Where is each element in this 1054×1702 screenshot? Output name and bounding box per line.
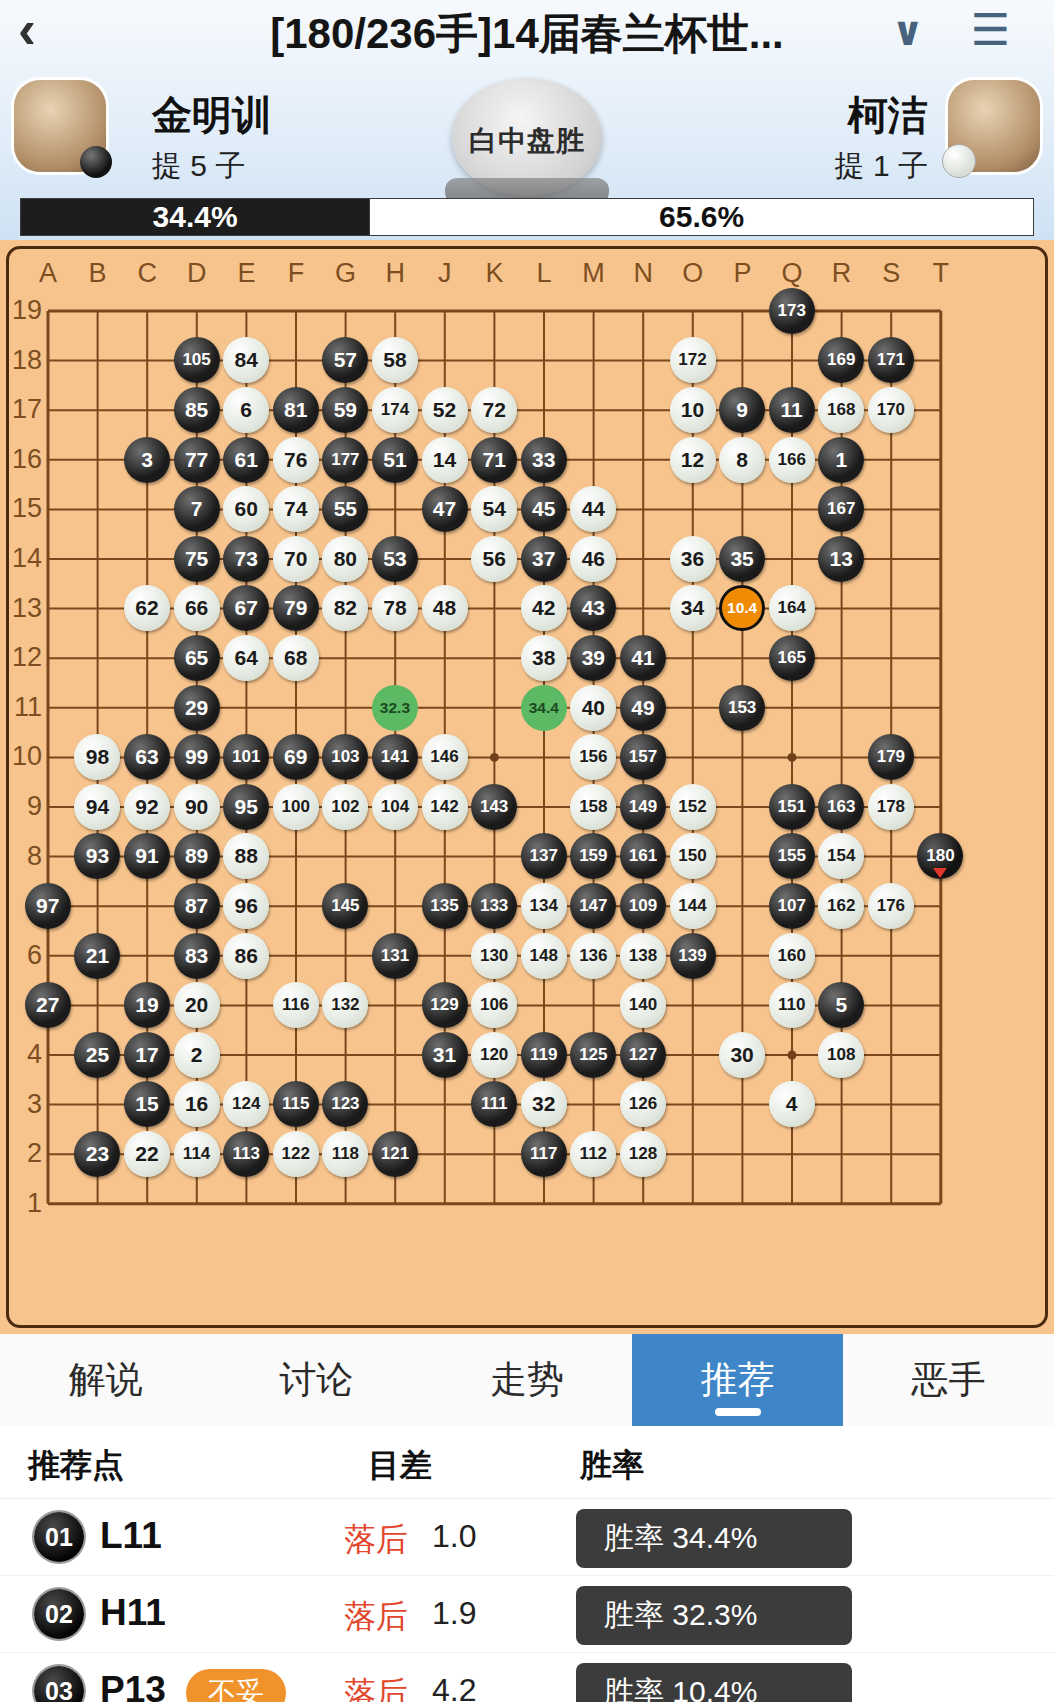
col-label-O: O — [671, 258, 715, 289]
stone-P17[interactable]: 9 — [719, 387, 765, 433]
tab-讨论[interactable]: 讨论 — [211, 1334, 422, 1426]
stone-G14[interactable]: 80 — [322, 536, 368, 582]
move-number: 149 — [629, 797, 657, 817]
stone-Q16[interactable]: 166 — [769, 437, 815, 483]
stone-S7[interactable]: 176 — [868, 883, 914, 929]
move-number: 107 — [778, 896, 806, 916]
move-number: 1 — [835, 448, 847, 472]
stone-F13[interactable]: 79 — [273, 585, 319, 631]
move-number: 141 — [381, 747, 409, 767]
stone-D13[interactable]: 66 — [174, 585, 220, 631]
move-number: 93 — [86, 844, 109, 868]
stone-G17[interactable]: 59 — [322, 387, 368, 433]
header-gap: 目差 — [368, 1444, 432, 1488]
move-number: 117 — [530, 1144, 557, 1164]
move-number: 176 — [877, 896, 905, 916]
stone-Q3[interactable]: 4 — [769, 1081, 815, 1127]
stone-Q9[interactable]: 151 — [769, 784, 815, 830]
stone-J15[interactable]: 47 — [422, 486, 468, 532]
stone-N12[interactable]: 41 — [620, 635, 666, 681]
move-number: 40 — [582, 696, 605, 720]
stone-G9[interactable]: 102 — [322, 784, 368, 830]
move-number: 41 — [631, 646, 654, 670]
stone-D14[interactable]: 75 — [174, 536, 220, 582]
stone-S17[interactable]: 170 — [868, 387, 914, 433]
stone-O9[interactable]: 152 — [670, 784, 716, 830]
stone-N7[interactable]: 109 — [620, 883, 666, 929]
move-number: 80 — [334, 547, 357, 571]
stone-L4[interactable]: 119 — [521, 1032, 567, 1078]
stone-D2[interactable]: 114 — [174, 1131, 220, 1177]
stone-C13[interactable]: 62 — [124, 585, 170, 631]
move-number: 38 — [532, 646, 555, 670]
move-number: 166 — [778, 450, 806, 470]
stone-E6[interactable]: 86 — [223, 933, 269, 979]
go-board[interactable]: ABCDEFGHJKLMNOPQRST 19181716151413121110… — [0, 240, 1054, 1334]
move-number: 161 — [629, 846, 657, 866]
stone-G7[interactable]: 145 — [322, 883, 368, 929]
col-label-G: G — [324, 258, 368, 289]
move-number: 2 — [191, 1043, 203, 1067]
stone-K16[interactable]: 71 — [471, 437, 517, 483]
stone-J4[interactable]: 31 — [422, 1032, 468, 1078]
orange-suggestion-marker-P13[interactable]: 10.4 — [719, 585, 765, 631]
move-number: 7 — [191, 497, 203, 521]
move-number: 157 — [629, 747, 657, 767]
stone-O16[interactable]: 12 — [670, 437, 716, 483]
stone-P4[interactable]: 30 — [719, 1032, 765, 1078]
stone-P11[interactable]: 153 — [719, 685, 765, 731]
stone-F15[interactable]: 74 — [273, 486, 319, 532]
move-number: 36 — [681, 547, 704, 571]
stone-F5[interactable]: 116 — [273, 982, 319, 1028]
stone-G2[interactable]: 118 — [322, 1131, 368, 1177]
stone-F9[interactable]: 100 — [273, 784, 319, 830]
gap-value: 1.0 — [432, 1518, 476, 1555]
stone-K4[interactable]: 120 — [471, 1032, 517, 1078]
stone-F14[interactable]: 70 — [273, 536, 319, 582]
stone-H13[interactable]: 78 — [372, 585, 418, 631]
stone-N5[interactable]: 140 — [620, 982, 666, 1028]
stone-R18[interactable]: 169 — [818, 337, 864, 383]
stone-E10[interactable]: 101 — [223, 734, 269, 780]
stone-F10[interactable]: 69 — [273, 734, 319, 780]
move-number: 17 — [135, 1043, 158, 1067]
stone-B4[interactable]: 25 — [74, 1032, 120, 1078]
move-number: 23 — [86, 1142, 109, 1166]
stone-J16[interactable]: 14 — [422, 437, 468, 483]
stone-D12[interactable]: 65 — [174, 635, 220, 681]
move-number: 140 — [629, 995, 657, 1015]
move-number: 147 — [579, 896, 607, 916]
col-label-J: J — [423, 258, 467, 289]
stone-Q8[interactable]: 155 — [769, 833, 815, 879]
stone-L7[interactable]: 134 — [521, 883, 567, 929]
tab-恶手[interactable]: 恶手 — [843, 1334, 1054, 1426]
move-number: 48 — [433, 596, 456, 620]
stone-O6[interactable]: 139 — [670, 933, 716, 979]
stone-F17[interactable]: 81 — [273, 387, 319, 433]
move-number: 44 — [582, 497, 605, 521]
stone-L13[interactable]: 42 — [521, 585, 567, 631]
stone-N3[interactable]: 126 — [620, 1081, 666, 1127]
stone-G5[interactable]: 132 — [322, 982, 368, 1028]
stone-L16[interactable]: 33 — [521, 437, 567, 483]
move-number: 163 — [827, 797, 855, 817]
col-label-S: S — [869, 258, 913, 289]
move-number: 101 — [232, 747, 260, 767]
tab-解说[interactable]: 解说 — [0, 1334, 211, 1426]
stone-D18[interactable]: 105 — [174, 337, 220, 383]
col-label-M: M — [572, 258, 616, 289]
stone-Q13[interactable]: 164 — [769, 585, 815, 631]
move-number: 109 — [629, 896, 657, 916]
move-number: 62 — [135, 596, 158, 620]
stone-E13[interactable]: 67 — [223, 585, 269, 631]
stone-F2[interactable]: 122 — [273, 1131, 319, 1177]
move-number: 15 — [135, 1092, 158, 1116]
hamburger-menu-icon[interactable]: ☰ — [971, 4, 1010, 55]
white-player-captures: 提 1 子 — [835, 146, 928, 187]
green-suggestion-marker-H11[interactable]: 32.3 — [372, 685, 418, 731]
stone-B10[interactable]: 98 — [74, 734, 120, 780]
stone-C10[interactable]: 63 — [124, 734, 170, 780]
move-number: 154 — [827, 846, 855, 866]
move-number: 52 — [433, 398, 456, 422]
stone-D9[interactable]: 90 — [174, 784, 220, 830]
stone-C8[interactable]: 91 — [124, 833, 170, 879]
stone-B2[interactable]: 23 — [74, 1131, 120, 1177]
stone-R4[interactable]: 108 — [818, 1032, 864, 1078]
green-suggestion-marker-L11[interactable]: 34.4 — [521, 685, 567, 731]
stone-P14[interactable]: 35 — [719, 536, 765, 582]
move-number: 85 — [185, 398, 208, 422]
move-number: 43 — [582, 596, 605, 620]
stone-E9[interactable]: 95 — [223, 784, 269, 830]
stone-D8[interactable]: 89 — [174, 833, 220, 879]
stone-N10[interactable]: 157 — [620, 734, 666, 780]
black-player-name: 金明训 — [152, 88, 272, 143]
stone-G18[interactable]: 57 — [322, 337, 368, 383]
stone-E14[interactable]: 73 — [223, 536, 269, 582]
stone-E17[interactable]: 6 — [223, 387, 269, 433]
move-number: 25 — [86, 1043, 109, 1067]
stone-J7[interactable]: 135 — [422, 883, 468, 929]
stone-J17[interactable]: 52 — [422, 387, 468, 433]
col-label-D: D — [175, 258, 219, 289]
stone-F3[interactable]: 115 — [273, 1081, 319, 1127]
stone-S18[interactable]: 171 — [868, 337, 914, 383]
stone-S10[interactable]: 179 — [868, 734, 914, 780]
stone-L2[interactable]: 117 — [521, 1131, 567, 1177]
move-number: 59 — [334, 398, 357, 422]
move-number: 135 — [430, 896, 458, 916]
stone-P16[interactable]: 8 — [719, 437, 765, 483]
move-number: 66 — [185, 596, 208, 620]
stone-R14[interactable]: 13 — [818, 536, 864, 582]
go-review-app: ‹ [180/236手]14届春兰杯世... ∨ ☰ 金明训 提 5 子 白中盘… — [0, 0, 1054, 1702]
chevron-down-icon[interactable]: ∨ — [892, 8, 924, 54]
move-number: 143 — [480, 797, 508, 817]
stone-Q12[interactable]: 165 — [769, 635, 815, 681]
move-number: 115 — [282, 1094, 309, 1114]
rank-badge: 01 — [34, 1512, 84, 1562]
black-player-avatar — [14, 80, 106, 172]
stone-D5[interactable]: 20 — [174, 982, 220, 1028]
stone-E7[interactable]: 96 — [223, 883, 269, 929]
col-label-E: E — [224, 258, 268, 289]
white-stone-icon — [942, 144, 976, 178]
stone-G13[interactable]: 82 — [322, 585, 368, 631]
header-point: 推荐点 — [28, 1444, 124, 1488]
stone-N4[interactable]: 127 — [620, 1032, 666, 1078]
stone-K7[interactable]: 133 — [471, 883, 517, 929]
stone-H14[interactable]: 53 — [372, 536, 418, 582]
tab-走势[interactable]: 走势 — [422, 1334, 633, 1426]
stone-Q7[interactable]: 107 — [769, 883, 815, 929]
move-number: 125 — [579, 1045, 607, 1065]
rank-badge: 03 — [34, 1666, 84, 1702]
move-number: 174 — [381, 400, 409, 420]
move-number: 58 — [383, 348, 406, 372]
move-number: 136 — [579, 946, 607, 966]
white-player-avatar — [948, 80, 1040, 172]
stone-C3[interactable]: 15 — [124, 1081, 170, 1127]
stone-T8[interactable]: 180 — [917, 833, 963, 879]
move-number: 34 — [681, 596, 704, 620]
stone-O14[interactable]: 36 — [670, 536, 716, 582]
stone-J10[interactable]: 146 — [422, 734, 468, 780]
stone-G16[interactable]: 177 — [322, 437, 368, 483]
black-winrate: 34.4% — [21, 199, 369, 235]
stone-K3[interactable]: 111 — [471, 1081, 517, 1127]
move-number: 14 — [433, 448, 456, 472]
col-label-N: N — [621, 258, 665, 289]
stone-J9[interactable]: 142 — [422, 784, 468, 830]
move-number: 51 — [383, 448, 406, 472]
stone-R7[interactable]: 162 — [818, 883, 864, 929]
move-number: 137 — [530, 846, 558, 866]
move-number: 129 — [430, 995, 458, 1015]
last-move-triangle-icon — [933, 868, 947, 878]
stone-E18[interactable]: 84 — [223, 337, 269, 383]
stone-M9[interactable]: 158 — [570, 784, 616, 830]
stone-D7[interactable]: 87 — [174, 883, 220, 929]
stone-O13[interactable]: 34 — [670, 585, 716, 631]
stone-M8[interactable]: 159 — [570, 833, 616, 879]
stone-R5[interactable]: 5 — [818, 982, 864, 1028]
stone-C5[interactable]: 19 — [124, 982, 170, 1028]
stone-D3[interactable]: 16 — [174, 1081, 220, 1127]
stone-R15[interactable]: 167 — [818, 486, 864, 532]
stone-N2[interactable]: 128 — [620, 1131, 666, 1177]
stone-M6[interactable]: 136 — [570, 933, 616, 979]
stone-C9[interactable]: 92 — [124, 784, 170, 830]
stone-O8[interactable]: 150 — [670, 833, 716, 879]
move-number: 121 — [381, 1144, 409, 1164]
move-number: 84 — [234, 348, 257, 372]
stone-A5[interactable]: 27 — [25, 982, 71, 1028]
move-number: 180 — [926, 846, 954, 866]
move-number: 168 — [827, 400, 855, 420]
move-number: 3 — [141, 448, 153, 472]
stone-M12[interactable]: 39 — [570, 635, 616, 681]
move-number: 124 — [232, 1094, 260, 1114]
stone-C4[interactable]: 17 — [124, 1032, 170, 1078]
gap-value: 1.9 — [432, 1595, 476, 1632]
stone-L6[interactable]: 148 — [521, 933, 567, 979]
stone-M2[interactable]: 112 — [570, 1131, 616, 1177]
move-number: 47 — [433, 497, 456, 521]
stone-D10[interactable]: 99 — [174, 734, 220, 780]
stone-A7[interactable]: 97 — [25, 883, 71, 929]
stone-L14[interactable]: 37 — [521, 536, 567, 582]
stone-K5[interactable]: 106 — [471, 982, 517, 1028]
move-number: 134 — [530, 896, 558, 916]
stone-B9[interactable]: 94 — [74, 784, 120, 830]
stone-E12[interactable]: 64 — [223, 635, 269, 681]
recommendation-row-L11[interactable]: 01L11落后1.0胜率 34.4% — [0, 1499, 1054, 1576]
move-number: 92 — [135, 795, 158, 819]
recommendation-row-P13[interactable]: 03P13不妥落后4.2胜率 10.4% — [0, 1653, 1054, 1702]
stone-E8[interactable]: 88 — [223, 833, 269, 879]
stone-M13[interactable]: 43 — [570, 585, 616, 631]
move-number: 90 — [185, 795, 208, 819]
move-number: 67 — [234, 596, 257, 620]
rank-badge: 02 — [34, 1589, 84, 1639]
move-number: 60 — [234, 497, 257, 521]
stone-H9[interactable]: 104 — [372, 784, 418, 830]
stone-F16[interactable]: 76 — [273, 437, 319, 483]
stone-M7[interactable]: 147 — [570, 883, 616, 929]
stone-D15[interactable]: 7 — [174, 486, 220, 532]
stone-F12[interactable]: 68 — [273, 635, 319, 681]
move-number: 119 — [530, 1045, 557, 1065]
stone-M14[interactable]: 46 — [570, 536, 616, 582]
tab-推荐[interactable]: 推荐 — [632, 1334, 843, 1426]
move-number: 139 — [678, 946, 706, 966]
move-number: 33 — [532, 448, 555, 472]
move-number: 111 — [481, 1094, 508, 1114]
move-number: 153 — [728, 698, 756, 718]
stone-J5[interactable]: 129 — [422, 982, 468, 1028]
stone-K9[interactable]: 143 — [471, 784, 517, 830]
move-number: 91 — [135, 844, 158, 868]
stone-K17[interactable]: 72 — [471, 387, 517, 433]
move-number: 6 — [240, 398, 252, 422]
black-player-captures: 提 5 子 — [152, 146, 245, 187]
stone-O7[interactable]: 144 — [670, 883, 716, 929]
result-seal: 白中盘胜 — [437, 78, 617, 196]
stone-D4[interactable]: 2 — [174, 1032, 220, 1078]
stone-M15[interactable]: 44 — [570, 486, 616, 532]
stone-D11[interactable]: 29 — [174, 685, 220, 731]
stone-D16[interactable]: 77 — [174, 437, 220, 483]
stone-L3[interactable]: 32 — [521, 1081, 567, 1127]
move-number: 98 — [86, 745, 109, 769]
move-number: 35 — [730, 547, 753, 571]
stone-O17[interactable]: 10 — [670, 387, 716, 433]
white-player-name: 柯洁 — [848, 88, 928, 143]
stone-O18[interactable]: 172 — [670, 337, 716, 383]
move-number: 75 — [185, 547, 208, 571]
stone-G10[interactable]: 103 — [322, 734, 368, 780]
stone-S9[interactable]: 178 — [868, 784, 914, 830]
move-number: 70 — [284, 547, 307, 571]
stone-H2[interactable]: 121 — [372, 1131, 418, 1177]
move-number: 164 — [778, 598, 806, 618]
stone-E16[interactable]: 61 — [223, 437, 269, 483]
stone-D17[interactable]: 85 — [174, 387, 220, 433]
stone-K6[interactable]: 130 — [471, 933, 517, 979]
stone-R16[interactable]: 1 — [818, 437, 864, 483]
stone-C2[interactable]: 22 — [124, 1131, 170, 1177]
recommendation-row-H11[interactable]: 02H11落后1.9胜率 32.3% — [0, 1576, 1054, 1653]
stone-D6[interactable]: 83 — [174, 933, 220, 979]
stone-E3[interactable]: 124 — [223, 1081, 269, 1127]
stone-C16[interactable]: 3 — [124, 437, 170, 483]
stone-L8[interactable]: 137 — [521, 833, 567, 879]
stone-L12[interactable]: 38 — [521, 635, 567, 681]
header-section: ‹ [180/236手]14届春兰杯世... ∨ ☰ 金明训 提 5 子 白中盘… — [0, 0, 1054, 240]
stone-M4[interactable]: 125 — [570, 1032, 616, 1078]
stone-G3[interactable]: 123 — [322, 1081, 368, 1127]
stone-N6[interactable]: 138 — [620, 933, 666, 979]
recommendation-panel: 推荐点 目差 胜率 01L11落后1.0胜率 34.4%02H11落后1.9胜率… — [0, 1426, 1054, 1702]
move-number: 13 — [830, 547, 853, 571]
stone-R8[interactable]: 154 — [818, 833, 864, 879]
stone-E15[interactable]: 60 — [223, 486, 269, 532]
col-label-F: F — [274, 258, 318, 289]
stone-K14[interactable]: 56 — [471, 536, 517, 582]
gap-label: 落后 — [344, 1595, 408, 1639]
stone-L15[interactable]: 45 — [521, 486, 567, 532]
stone-N9[interactable]: 149 — [620, 784, 666, 830]
move-number: 173 — [778, 301, 806, 321]
stone-H10[interactable]: 141 — [372, 734, 418, 780]
move-number: 116 — [282, 995, 309, 1015]
stone-E2[interactable]: 113 — [223, 1131, 269, 1177]
move-number: 64 — [234, 646, 257, 670]
stone-N8[interactable]: 161 — [620, 833, 666, 879]
stone-G15[interactable]: 55 — [322, 486, 368, 532]
stone-B6[interactable]: 21 — [74, 933, 120, 979]
stone-R17[interactable]: 168 — [818, 387, 864, 433]
move-number: 122 — [282, 1144, 310, 1164]
stone-B8[interactable]: 93 — [74, 833, 120, 879]
recommendation-header: 推荐点 目差 胜率 — [0, 1426, 1054, 1499]
stone-N11[interactable]: 49 — [620, 685, 666, 731]
move-number: 88 — [234, 844, 257, 868]
stone-M10[interactable]: 156 — [570, 734, 616, 780]
stone-Q6[interactable]: 160 — [769, 933, 815, 979]
move-number: 46 — [582, 547, 605, 571]
stone-M11[interactable]: 40 — [570, 685, 616, 731]
stone-R9[interactable]: 163 — [818, 784, 864, 830]
warning-tag: 不妥 — [186, 1669, 286, 1702]
stone-H17[interactable]: 174 — [372, 387, 418, 433]
stone-Q5[interactable]: 110 — [769, 982, 815, 1028]
stone-Q17[interactable]: 11 — [769, 387, 815, 433]
stone-H16[interactable]: 51 — [372, 437, 418, 483]
stone-K15[interactable]: 54 — [471, 486, 517, 532]
stone-Q19[interactable]: 173 — [769, 288, 815, 334]
white-winrate: 65.6% — [369, 199, 1033, 235]
stone-H18[interactable]: 58 — [372, 337, 418, 383]
stone-H6[interactable]: 131 — [372, 933, 418, 979]
move-number: 165 — [778, 648, 806, 668]
stone-J13[interactable]: 48 — [422, 585, 468, 631]
